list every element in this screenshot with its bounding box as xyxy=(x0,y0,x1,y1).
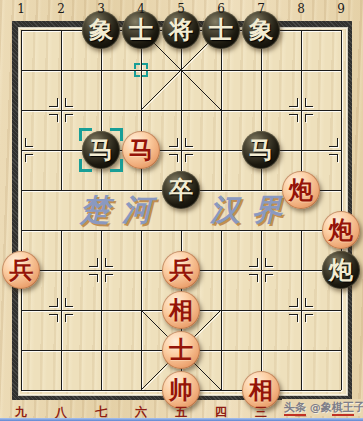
piece-glyph: 炮 xyxy=(289,178,313,202)
watermark-text: 头条 xyxy=(284,401,306,416)
piece-glyph: 兵 xyxy=(9,258,33,282)
piece-glyph: 相 xyxy=(169,298,193,322)
piece-glyph: 马 xyxy=(89,138,113,162)
piece-glyph: 士 xyxy=(169,338,193,362)
file-label-top-6: 6 xyxy=(213,2,229,16)
piece-glyph: 士 xyxy=(129,18,153,42)
watermark: 头条 @象棋王子 xyxy=(282,399,363,416)
piece-black-king[interactable]: 将 xyxy=(162,11,200,49)
file-label-top-8: 8 xyxy=(293,2,309,16)
piece-glyph: 象 xyxy=(89,18,113,42)
file-label-top-1: 1 xyxy=(13,2,29,16)
file-label-top-9: 9 xyxy=(333,2,349,16)
watermark-text: @象 xyxy=(306,401,332,414)
piece-glyph: 相 xyxy=(249,378,273,402)
file-label-top-5: 5 xyxy=(173,2,189,16)
file-label-top-3: 3 xyxy=(93,2,109,16)
piece-red-soldier[interactable]: 兵 xyxy=(162,251,200,289)
origin-corner xyxy=(142,71,148,77)
piece-black-horse[interactable]: 马 xyxy=(242,131,280,169)
piece-black-elephant[interactable]: 象 xyxy=(242,11,280,49)
origin-corner xyxy=(142,63,148,69)
piece-glyph: 马 xyxy=(129,138,153,162)
piece-black-cannon[interactable]: 炮 xyxy=(322,251,360,289)
piece-black-advisor[interactable]: 士 xyxy=(202,11,240,49)
xiangqi-board-app: 1 2 3 4 5 6 7 8 9 楚河 汉界 象士将士象马马卒炮马炮炮兵兵相士… xyxy=(0,0,363,421)
watermark-text: 棋王 xyxy=(332,401,354,416)
piece-glyph: 炮 xyxy=(329,218,353,242)
file-label-top-4: 4 xyxy=(133,2,149,16)
piece-red-cannon[interactable]: 炮 xyxy=(322,211,360,249)
piece-red-elephant[interactable]: 相 xyxy=(162,291,200,329)
piece-glyph: 象 xyxy=(249,18,273,42)
piece-red-horse[interactable]: 马 xyxy=(122,131,160,169)
piece-glyph: 炮 xyxy=(329,258,353,282)
origin-corner xyxy=(134,71,140,77)
piece-glyph: 帅 xyxy=(169,378,193,402)
piece-black-advisor[interactable]: 士 xyxy=(122,11,160,49)
last-move-origin-marker xyxy=(134,63,148,77)
piece-red-soldier[interactable]: 兵 xyxy=(2,251,40,289)
piece-glyph: 士 xyxy=(209,18,233,42)
piece-red-advisor[interactable]: 士 xyxy=(162,331,200,369)
file-label-top-7: 7 xyxy=(253,2,269,16)
watermark-text: 子 xyxy=(354,401,363,414)
origin-corner xyxy=(134,63,140,69)
file-label-top-2: 2 xyxy=(53,2,69,16)
river-text-left: 楚河 xyxy=(80,193,164,227)
piece-glyph: 卒 xyxy=(169,178,193,202)
piece-glyph: 马 xyxy=(249,138,273,162)
piece-black-elephant[interactable]: 象 xyxy=(82,11,120,49)
piece-red-cannon[interactable]: 炮 xyxy=(282,171,320,209)
piece-glyph: 兵 xyxy=(169,258,193,282)
piece-black-soldier[interactable]: 卒 xyxy=(162,171,200,209)
piece-glyph: 将 xyxy=(169,18,193,42)
piece-black-horse[interactable]: 马 xyxy=(82,131,120,169)
river-text-right: 汉界 xyxy=(210,193,294,227)
